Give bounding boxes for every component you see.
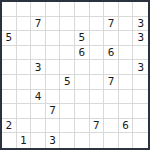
clue-cell-r6c2: 4 — [31, 90, 46, 105]
cell-r7c4[interactable] — [60, 104, 75, 119]
cell-r4c5[interactable] — [75, 60, 90, 75]
cell-r1c1[interactable] — [17, 17, 32, 32]
cell-r6c6[interactable] — [90, 90, 105, 105]
cell-r1c3[interactable] — [46, 17, 61, 32]
clue-cell-r8c6: 7 — [90, 119, 105, 134]
cell-r5c8[interactable] — [119, 75, 134, 90]
cell-r6c0[interactable] — [2, 90, 17, 105]
cell-r5c6[interactable] — [90, 75, 105, 90]
cell-r7c8[interactable] — [119, 104, 134, 119]
cell-r8c9[interactable] — [133, 119, 148, 134]
clue-cell-r2c5: 5 — [75, 31, 90, 46]
cell-r9c4[interactable] — [60, 133, 75, 148]
clue-cell-r8c0: 2 — [2, 119, 17, 134]
cell-r0c8[interactable] — [119, 2, 134, 17]
cell-r5c9[interactable] — [133, 75, 148, 90]
clue-cell-r3c7: 6 — [104, 46, 119, 61]
cell-r6c4[interactable] — [60, 90, 75, 105]
cell-r3c3[interactable] — [46, 46, 61, 61]
cell-r7c7[interactable] — [104, 104, 119, 119]
clue-cell-r9c1: 1 — [17, 133, 32, 148]
cell-r1c0[interactable] — [2, 17, 17, 32]
cell-r1c6[interactable] — [90, 17, 105, 32]
clue-cell-r1c9: 3 — [133, 17, 148, 32]
puzzle-board: 7735536633574727613 — [0, 0, 150, 150]
puzzle-grid: 7735536633574727613 — [2, 2, 148, 148]
cell-r0c1[interactable] — [17, 2, 32, 17]
cell-r6c3[interactable] — [46, 90, 61, 105]
cell-r8c1[interactable] — [17, 119, 32, 134]
cell-r5c5[interactable] — [75, 75, 90, 90]
cell-r3c6[interactable] — [90, 46, 105, 61]
cell-r7c9[interactable] — [133, 104, 148, 119]
clue-cell-r5c7: 7 — [104, 75, 119, 90]
cell-r3c8[interactable] — [119, 46, 134, 61]
cell-r7c1[interactable] — [17, 104, 32, 119]
cell-r4c6[interactable] — [90, 60, 105, 75]
cell-r7c6[interactable] — [90, 104, 105, 119]
cell-r4c4[interactable] — [60, 60, 75, 75]
cell-r0c3[interactable] — [46, 2, 61, 17]
clue-cell-r1c2: 7 — [31, 17, 46, 32]
cell-r0c4[interactable] — [60, 2, 75, 17]
cell-r3c9[interactable] — [133, 46, 148, 61]
cell-r5c1[interactable] — [17, 75, 32, 90]
cell-r0c7[interactable] — [104, 2, 119, 17]
cell-r8c7[interactable] — [104, 119, 119, 134]
cell-r9c2[interactable] — [31, 133, 46, 148]
cell-r6c7[interactable] — [104, 90, 119, 105]
clue-cell-r2c9: 3 — [133, 31, 148, 46]
cell-r7c5[interactable] — [75, 104, 90, 119]
cell-r2c4[interactable] — [60, 31, 75, 46]
cell-r2c2[interactable] — [31, 31, 46, 46]
cell-r6c8[interactable] — [119, 90, 134, 105]
cell-r0c9[interactable] — [133, 2, 148, 17]
cell-r9c7[interactable] — [104, 133, 119, 148]
clue-cell-r4c9: 3 — [133, 60, 148, 75]
clue-cell-r5c4: 5 — [60, 75, 75, 90]
cell-r1c5[interactable] — [75, 17, 90, 32]
cell-r5c3[interactable] — [46, 75, 61, 90]
cell-r7c0[interactable] — [2, 104, 17, 119]
cell-r5c2[interactable] — [31, 75, 46, 90]
cell-r6c5[interactable] — [75, 90, 90, 105]
cell-r3c1[interactable] — [17, 46, 32, 61]
cell-r1c4[interactable] — [60, 17, 75, 32]
cell-r1c8[interactable] — [119, 17, 134, 32]
cell-r4c0[interactable] — [2, 60, 17, 75]
cell-r0c6[interactable] — [90, 2, 105, 17]
cell-r0c2[interactable] — [31, 2, 46, 17]
cell-r8c3[interactable] — [46, 119, 61, 134]
cell-r4c7[interactable] — [104, 60, 119, 75]
cell-r8c4[interactable] — [60, 119, 75, 134]
cell-r8c2[interactable] — [31, 119, 46, 134]
cell-r2c8[interactable] — [119, 31, 134, 46]
cell-r2c3[interactable] — [46, 31, 61, 46]
cell-r4c1[interactable] — [17, 60, 32, 75]
cell-r8c5[interactable] — [75, 119, 90, 134]
cell-r2c1[interactable] — [17, 31, 32, 46]
clue-cell-r2c0: 5 — [2, 31, 17, 46]
cell-r0c0[interactable] — [2, 2, 17, 17]
cell-r9c6[interactable] — [90, 133, 105, 148]
cell-r6c9[interactable] — [133, 90, 148, 105]
cell-r3c4[interactable] — [60, 46, 75, 61]
clue-cell-r8c8: 6 — [119, 119, 134, 134]
clue-cell-r3c5: 6 — [75, 46, 90, 61]
cell-r2c7[interactable] — [104, 31, 119, 46]
cell-r2c6[interactable] — [90, 31, 105, 46]
cell-r4c3[interactable] — [46, 60, 61, 75]
cell-r9c9[interactable] — [133, 133, 148, 148]
cell-r4c8[interactable] — [119, 60, 134, 75]
cell-r9c0[interactable] — [2, 133, 17, 148]
clue-cell-r1c7: 7 — [104, 17, 119, 32]
cell-r6c1[interactable] — [17, 90, 32, 105]
cell-r7c2[interactable] — [31, 104, 46, 119]
cell-r9c5[interactable] — [75, 133, 90, 148]
cell-r9c8[interactable] — [119, 133, 134, 148]
clue-cell-r9c3: 3 — [46, 133, 61, 148]
clue-cell-r4c2: 3 — [31, 60, 46, 75]
clue-cell-r7c3: 7 — [46, 104, 61, 119]
cell-r5c0[interactable] — [2, 75, 17, 90]
cell-r3c0[interactable] — [2, 46, 17, 61]
cell-r0c5[interactable] — [75, 2, 90, 17]
cell-r3c2[interactable] — [31, 46, 46, 61]
